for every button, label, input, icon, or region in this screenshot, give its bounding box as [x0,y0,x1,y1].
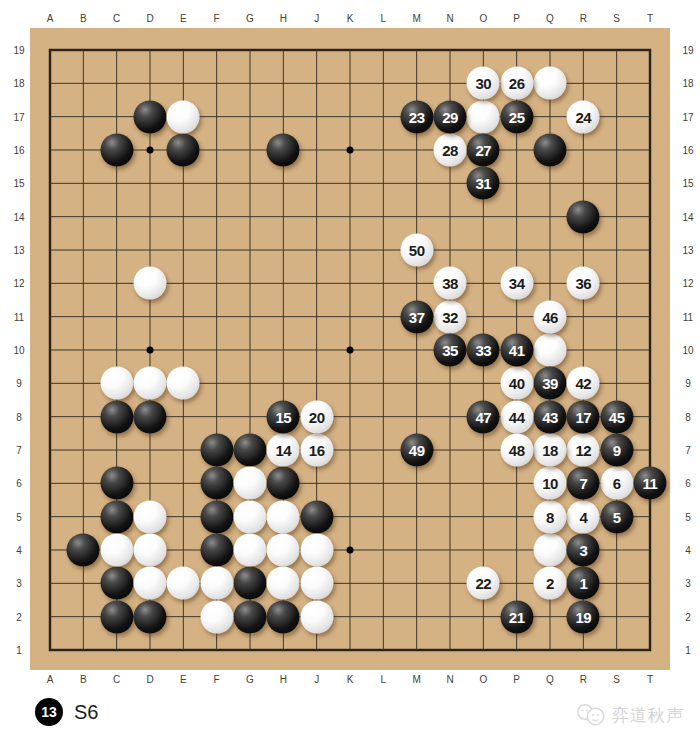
stone-N16: 28 [434,134,467,167]
stone-E17 [167,100,200,133]
coord-label-left: 9 [16,378,22,389]
coord-label-left: 3 [16,578,22,589]
coord-label-bottom: R [580,674,587,685]
star-point [347,347,354,354]
coord-label-right: 11 [683,311,693,322]
coord-label-bottom: G [246,674,254,685]
stone-C8 [100,400,133,433]
stone-R3: 1 [567,567,600,600]
stone-C5 [100,500,133,533]
coord-label-top: K [347,13,354,24]
stone-H5 [267,500,300,533]
stone-E9 [167,367,200,400]
coord-label-right: 17 [682,111,693,122]
coord-label-left: 17 [13,111,24,122]
stone-S8: 45 [600,400,633,433]
stone-R8: 17 [567,400,600,433]
stone-N17: 29 [434,100,467,133]
stone-N11: 32 [434,300,467,333]
coord-label-right: 9 [685,378,691,389]
coord-label-bottom: P [513,674,520,685]
coord-label-left: 10 [13,345,24,356]
coord-label-left: 19 [13,45,24,56]
stone-H7: 14 [267,434,300,467]
stone-P7: 48 [500,434,533,467]
coord-label-top: N [446,13,453,24]
stone-G6 [234,467,267,500]
coord-label-bottom: A [47,674,54,685]
stone-G5 [234,500,267,533]
stone-R2: 19 [567,600,600,633]
stone-G3 [234,567,267,600]
coord-label-top: T [647,13,653,24]
stone-C9 [100,367,133,400]
coord-label-top: G [246,13,254,24]
stone-P2: 21 [500,600,533,633]
coord-label-left: 1 [16,645,22,656]
stone-Q16 [534,134,567,167]
stone-H4 [267,534,300,567]
stone-Q10 [534,334,567,367]
coord-label-top: R [580,13,587,24]
coord-label-left: 7 [16,445,22,456]
watermark: 弈道秋声 [575,702,684,728]
coord-label-bottom: E [180,674,187,685]
coord-label-left: 15 [13,178,24,189]
stone-Q5: 8 [534,500,567,533]
coord-label-left: 12 [13,278,24,289]
stone-J4 [300,534,333,567]
coord-label-right: 14 [682,211,693,222]
coord-label-bottom: S [613,674,620,685]
stone-O10: 33 [467,334,500,367]
stone-H3 [267,567,300,600]
coord-label-left: 14 [13,211,24,222]
coord-label-left: 8 [16,411,22,422]
stone-J7: 16 [300,434,333,467]
coord-label-top: A [47,13,54,24]
stone-D5 [134,500,167,533]
coord-label-right: 19 [682,45,693,56]
coord-label-left: 16 [13,145,24,156]
stone-D9 [134,367,167,400]
coord-label-top: M [412,13,420,24]
coord-label-right: 4 [685,545,691,556]
stone-J5 [300,500,333,533]
stone-H16 [267,134,300,167]
coord-label-left: 2 [16,611,22,622]
go-diagram-page: AABBCCDDEEFFGGHHJJKKLLMMNNOOPPQQRRSSTT19… [0,0,700,749]
stone-R6: 7 [567,467,600,500]
stone-Q8: 43 [534,400,567,433]
stone-G4 [234,534,267,567]
coord-label-right: 3 [685,578,691,589]
coord-label-bottom: M [412,674,420,685]
coord-label-right: 16 [682,145,693,156]
coord-label-bottom: H [280,674,287,685]
coord-label-right: 5 [685,511,691,522]
coord-label-left: 13 [13,245,24,256]
coord-label-top: E [180,13,187,24]
stone-G7 [234,434,267,467]
stone-C4 [100,534,133,567]
coord-label-left: 5 [16,511,22,522]
coord-label-right: 15 [682,178,693,189]
stone-Q18 [534,67,567,100]
caption-stone: 13 [35,698,63,726]
stone-Q4 [534,534,567,567]
star-point [347,547,354,554]
stone-R17: 24 [567,100,600,133]
stone-T6: 11 [634,467,667,500]
stone-F5 [200,500,233,533]
stone-Q3: 2 [534,567,567,600]
stone-R12: 36 [567,267,600,300]
coord-label-right: 1 [685,645,691,656]
stone-P12: 34 [500,267,533,300]
stone-C2 [100,600,133,633]
coord-label-bottom: C [113,674,120,685]
stone-F4 [200,534,233,567]
stone-O16: 27 [467,134,500,167]
stone-R14 [567,200,600,233]
stone-J8: 20 [300,400,333,433]
coord-label-bottom: B [80,674,87,685]
stone-C3 [100,567,133,600]
coord-label-right: 2 [685,611,691,622]
coord-label-top: S [613,13,620,24]
stone-S5: 5 [600,500,633,533]
stone-O8: 47 [467,400,500,433]
stone-M13: 50 [400,234,433,267]
coord-label-right: 13 [682,245,693,256]
coord-label-right: 6 [685,478,691,489]
coord-label-right: 18 [682,78,693,89]
watermark-text: 弈道秋声 [612,704,684,727]
stone-P18: 26 [500,67,533,100]
move-caption: 13 S6 [35,698,98,726]
stone-Q11: 46 [534,300,567,333]
stone-E16 [167,134,200,167]
stone-H8: 15 [267,400,300,433]
stone-S7: 9 [600,434,633,467]
star-point [147,347,154,354]
stone-J2 [300,600,333,633]
coord-label-top: H [280,13,287,24]
stone-Q9: 39 [534,367,567,400]
stone-D2 [134,600,167,633]
stone-B4 [67,534,100,567]
stone-N10: 35 [434,334,467,367]
coord-label-top: J [314,13,319,24]
caption-stone-number: 13 [41,704,57,720]
coord-label-top: O [479,13,487,24]
stone-P17: 25 [500,100,533,133]
stone-M7: 49 [400,434,433,467]
stone-N12: 38 [434,267,467,300]
coord-label-bottom: J [314,674,319,685]
coord-label-top: P [513,13,520,24]
stone-R5: 4 [567,500,600,533]
coord-label-right: 10 [682,345,693,356]
chat-faces-icon [575,702,607,728]
coord-label-top: B [80,13,87,24]
stone-O3: 22 [467,567,500,600]
stone-F6 [200,467,233,500]
stone-H2 [267,600,300,633]
coord-label-right: 12 [682,278,693,289]
stone-E3 [167,567,200,600]
stone-J3 [300,567,333,600]
stone-C16 [100,134,133,167]
coord-label-right: 7 [685,445,691,456]
stone-P8: 44 [500,400,533,433]
stone-D8 [134,400,167,433]
star-point [147,147,154,154]
stone-F2 [200,600,233,633]
coord-label-bottom: K [347,674,354,685]
stone-P9: 40 [500,367,533,400]
coord-label-bottom: D [146,674,153,685]
stone-C6 [100,467,133,500]
stone-Q6: 10 [534,467,567,500]
stone-R7: 12 [567,434,600,467]
coord-label-top: Q [546,13,554,24]
coord-label-bottom: T [647,674,653,685]
stone-M17: 23 [400,100,433,133]
coord-label-left: 4 [16,545,22,556]
stone-F3 [200,567,233,600]
coord-label-top: F [214,13,220,24]
coord-label-bottom: O [479,674,487,685]
stone-M11: 37 [400,300,433,333]
coord-label-bottom: F [214,674,220,685]
coord-label-bottom: Q [546,674,554,685]
stone-O17 [467,100,500,133]
stone-D3 [134,567,167,600]
stone-G2 [234,600,267,633]
stone-D17 [134,100,167,133]
stone-D4 [134,534,167,567]
caption-text: S6 [74,701,98,724]
coord-label-bottom: L [381,674,387,685]
stone-P10: 41 [500,334,533,367]
stone-S6: 6 [600,467,633,500]
coord-label-bottom: N [446,674,453,685]
stone-O15: 31 [467,167,500,200]
coord-label-top: D [146,13,153,24]
star-point [347,147,354,154]
stone-O18: 30 [467,67,500,100]
coord-label-top: C [113,13,120,24]
coord-label-top: L [381,13,387,24]
coord-label-right: 8 [685,411,691,422]
stone-D12 [134,267,167,300]
stone-R4: 3 [567,534,600,567]
stone-Q7: 18 [534,434,567,467]
coord-label-left: 18 [13,78,24,89]
stone-F7 [200,434,233,467]
stone-H6 [267,467,300,500]
coord-label-left: 11 [14,311,24,322]
coord-label-left: 6 [16,478,22,489]
stone-R9: 42 [567,367,600,400]
